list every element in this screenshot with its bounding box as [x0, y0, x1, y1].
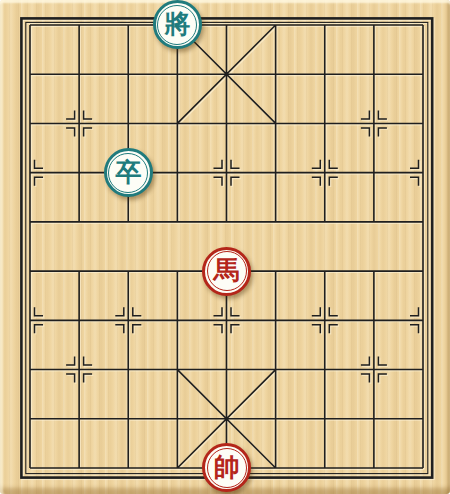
- intersection-f0-r2[interactable]: [5, 99, 54, 148]
- intersection-f3-r1[interactable]: [153, 50, 202, 99]
- intersection-f5-r9[interactable]: [251, 443, 300, 492]
- intersection-f0-r3[interactable]: [5, 148, 54, 197]
- intersection-f7-r0[interactable]: [349, 0, 398, 49]
- intersection-f3-r6[interactable]: [153, 296, 202, 345]
- intersection-f7-r8[interactable]: [349, 394, 398, 443]
- intersection-f1-r7[interactable]: [55, 345, 104, 394]
- intersection-f4-r5[interactable]: 馬: [202, 246, 251, 295]
- intersection-f2-r9[interactable]: [104, 443, 153, 492]
- intersection-f1-r9[interactable]: [55, 443, 104, 492]
- intersection-f2-r3[interactable]: 卒: [104, 148, 153, 197]
- intersection-f4-r0[interactable]: [202, 0, 251, 49]
- intersection-f5-r0[interactable]: [251, 0, 300, 49]
- intersection-f0-r1[interactable]: [5, 50, 54, 99]
- intersection-f6-r9[interactable]: [300, 443, 349, 492]
- intersection-f3-r0[interactable]: 將: [153, 0, 202, 49]
- intersection-f2-r0[interactable]: [104, 0, 153, 49]
- intersection-f3-r2[interactable]: [153, 99, 202, 148]
- piece-black-soldier[interactable]: 卒: [104, 148, 153, 197]
- intersection-f5-r5[interactable]: [251, 246, 300, 295]
- intersection-f6-r3[interactable]: [300, 148, 349, 197]
- intersection-f8-r3[interactable]: [398, 148, 447, 197]
- intersection-f8-r5[interactable]: [398, 246, 447, 295]
- intersection-f4-r1[interactable]: [202, 50, 251, 99]
- intersection-f8-r7[interactable]: [398, 345, 447, 394]
- intersection-f0-r9[interactable]: [5, 443, 54, 492]
- xiangqi-board: 將卒馬帥: [0, 0, 450, 494]
- intersection-f2-r5[interactable]: [104, 246, 153, 295]
- intersection-f2-r6[interactable]: [104, 296, 153, 345]
- intersection-f1-r5[interactable]: [55, 246, 104, 295]
- piece-glyph-red-general: 帥: [214, 454, 240, 480]
- intersection-f2-r8[interactable]: [104, 394, 153, 443]
- piece-glyph-red-horse: 馬: [214, 257, 240, 283]
- intersection-f6-r5[interactable]: [300, 246, 349, 295]
- intersection-f4-r2[interactable]: [202, 99, 251, 148]
- piece-face: 帥: [207, 448, 247, 488]
- intersection-f7-r7[interactable]: [349, 345, 398, 394]
- piece-black-general[interactable]: 將: [153, 0, 202, 49]
- piece-red-horse[interactable]: 馬: [202, 247, 251, 296]
- intersection-f0-r6[interactable]: [5, 296, 54, 345]
- intersection-f0-r4[interactable]: [5, 197, 54, 246]
- intersection-f7-r4[interactable]: [349, 197, 398, 246]
- intersection-f3-r5[interactable]: [153, 246, 202, 295]
- intersection-f6-r4[interactable]: [300, 197, 349, 246]
- intersection-f4-r6[interactable]: [202, 296, 251, 345]
- intersection-f5-r7[interactable]: [251, 345, 300, 394]
- intersection-f3-r4[interactable]: [153, 197, 202, 246]
- intersection-f7-r3[interactable]: [349, 148, 398, 197]
- intersection-f1-r3[interactable]: [55, 148, 104, 197]
- intersection-f1-r8[interactable]: [55, 394, 104, 443]
- intersection-f8-r1[interactable]: [398, 50, 447, 99]
- intersection-f6-r8[interactable]: [300, 394, 349, 443]
- intersection-f2-r4[interactable]: [104, 197, 153, 246]
- intersection-f8-r0[interactable]: [398, 0, 447, 49]
- intersection-f8-r2[interactable]: [398, 99, 447, 148]
- intersection-f5-r8[interactable]: [251, 394, 300, 443]
- intersection-f4-r7[interactable]: [202, 345, 251, 394]
- intersection-f4-r3[interactable]: [202, 148, 251, 197]
- piece-glyph-black-soldier: 卒: [115, 159, 141, 185]
- intersection-f8-r9[interactable]: [398, 443, 447, 492]
- intersection-f6-r6[interactable]: [300, 296, 349, 345]
- piece-face: 將: [157, 5, 197, 45]
- intersection-f5-r1[interactable]: [251, 50, 300, 99]
- intersection-f6-r7[interactable]: [300, 345, 349, 394]
- intersection-f4-r4[interactable]: [202, 197, 251, 246]
- intersection-f0-r0[interactable]: [5, 0, 54, 49]
- intersection-f1-r4[interactable]: [55, 197, 104, 246]
- intersection-f1-r2[interactable]: [55, 99, 104, 148]
- intersection-f4-r9[interactable]: 帥: [202, 443, 251, 492]
- intersection-f8-r6[interactable]: [398, 296, 447, 345]
- intersection-f1-r6[interactable]: [55, 296, 104, 345]
- intersection-f3-r3[interactable]: [153, 148, 202, 197]
- intersection-f4-r8[interactable]: [202, 394, 251, 443]
- intersection-f3-r7[interactable]: [153, 345, 202, 394]
- piece-face: 馬: [207, 251, 247, 291]
- intersection-f0-r5[interactable]: [5, 246, 54, 295]
- intersection-f7-r5[interactable]: [349, 246, 398, 295]
- intersection-f5-r6[interactable]: [251, 296, 300, 345]
- intersection-f1-r1[interactable]: [55, 50, 104, 99]
- intersection-f5-r2[interactable]: [251, 99, 300, 148]
- intersection-f0-r7[interactable]: [5, 345, 54, 394]
- piece-face: 卒: [108, 153, 148, 193]
- intersection-f3-r9[interactable]: [153, 443, 202, 492]
- intersection-f2-r1[interactable]: [104, 50, 153, 99]
- intersection-f7-r6[interactable]: [349, 296, 398, 345]
- intersection-f6-r0[interactable]: [300, 0, 349, 49]
- board-intersections: 將卒馬帥: [5, 0, 447, 492]
- piece-red-general[interactable]: 帥: [202, 443, 251, 492]
- intersection-f8-r8[interactable]: [398, 394, 447, 443]
- intersection-f2-r2[interactable]: [104, 99, 153, 148]
- intersection-f2-r7[interactable]: [104, 345, 153, 394]
- intersection-f7-r9[interactable]: [349, 443, 398, 492]
- intersection-f1-r0[interactable]: [55, 0, 104, 49]
- intersection-f5-r4[interactable]: [251, 197, 300, 246]
- intersection-f6-r2[interactable]: [300, 99, 349, 148]
- intersection-f7-r1[interactable]: [349, 50, 398, 99]
- intersection-f5-r3[interactable]: [251, 148, 300, 197]
- intersection-f8-r4[interactable]: [398, 197, 447, 246]
- intersection-f7-r2[interactable]: [349, 99, 398, 148]
- intersection-f0-r8[interactable]: [5, 394, 54, 443]
- intersection-f6-r1[interactable]: [300, 50, 349, 99]
- intersection-f3-r8[interactable]: [153, 394, 202, 443]
- piece-glyph-black-general: 將: [164, 11, 190, 37]
